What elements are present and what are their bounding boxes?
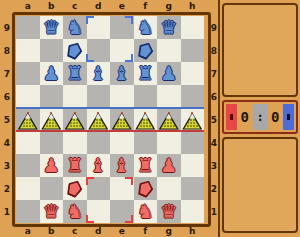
square-a9[interactable]: [16, 16, 40, 39]
square-a2[interactable]: [16, 177, 40, 200]
blue-knight[interactable]: ♞: [66, 18, 83, 37]
square-c6[interactable]: [63, 85, 87, 108]
square-f2[interactable]: [134, 177, 158, 200]
file-labels-bottom: abcdefgh: [16, 226, 204, 236]
pyramid-piece-part: [144, 112, 146, 114]
square-e5[interactable]: [110, 108, 134, 131]
pyramid-piece-part: [74, 112, 76, 114]
square-f4[interactable]: [134, 131, 158, 154]
red-wedge[interactable]: [64, 178, 85, 200]
coord-label-7: 7: [2, 62, 12, 85]
square-b4[interactable]: [40, 131, 64, 154]
square-h9[interactable]: [181, 16, 205, 39]
coord-label-8: 8: [2, 39, 12, 62]
coord-label-4: 4: [2, 131, 12, 154]
square-h2[interactable]: [181, 177, 205, 200]
coord-label-f: f: [134, 1, 158, 11]
square-a4[interactable]: [16, 131, 40, 154]
pyramid-piece-part: [189, 114, 195, 119]
coord-label-h: h: [181, 226, 205, 236]
square-e9[interactable]: [110, 16, 134, 39]
coord-label-c: c: [63, 1, 87, 11]
square-b3[interactable]: ♟: [40, 154, 64, 177]
coord-label-1: 1: [2, 200, 12, 223]
square-a3[interactable]: [16, 154, 40, 177]
square-b8[interactable]: [40, 39, 64, 62]
square-g9[interactable]: ♛: [157, 16, 181, 39]
pyramid-piece-part: [50, 112, 52, 114]
pyramid-piece-part: [119, 114, 125, 119]
square-d9[interactable]: [87, 16, 111, 39]
red-pawn[interactable]: ♟: [160, 156, 177, 175]
square-g4[interactable]: [157, 131, 181, 154]
blue-bishop[interactable]: ♝: [90, 64, 107, 83]
square-f1[interactable]: ♞: [134, 200, 158, 223]
pyramid-piece-part: [166, 114, 172, 119]
pyramid-piece[interactable]: [159, 113, 179, 130]
red-knight[interactable]: ♞: [137, 202, 154, 221]
square-h5[interactable]: [181, 108, 205, 131]
square-a7[interactable]: [16, 62, 40, 85]
square-c7[interactable]: ♜: [63, 62, 87, 85]
square-a5[interactable]: [16, 108, 40, 131]
coord-label-3: 3: [2, 154, 12, 177]
square-g8[interactable]: [157, 39, 181, 62]
red-wedge[interactable]: [135, 178, 156, 200]
mini-hourglass-icon: [230, 114, 233, 120]
square-e4[interactable]: [110, 131, 134, 154]
square-d2[interactable]: [87, 177, 111, 200]
coord-label-5: 5: [2, 108, 12, 131]
square-d6[interactable]: [87, 85, 111, 108]
square-h7[interactable]: [181, 62, 205, 85]
square-c1[interactable]: ♞: [63, 200, 87, 223]
square-e6[interactable]: [110, 85, 134, 108]
square-a6[interactable]: [16, 85, 40, 108]
coord-label-f: f: [134, 226, 158, 236]
square-d5[interactable]: [87, 108, 111, 131]
river-blue-line: [16, 107, 204, 109]
pyramid-piece-part: [168, 112, 170, 114]
square-e3[interactable]: ♝: [110, 154, 134, 177]
red-crown[interactable]: ♛: [160, 202, 177, 221]
red-rook[interactable]: ♜: [66, 156, 83, 175]
square-e8[interactable]: [110, 39, 134, 62]
square-f8[interactable]: [134, 39, 158, 62]
square-h4[interactable]: [181, 131, 205, 154]
captured-pieces-tray-bottom: [222, 137, 298, 233]
pyramid-piece-part: [48, 114, 54, 119]
pyramid-piece-part: [95, 114, 101, 119]
square-e1[interactable]: [110, 200, 134, 223]
pyramid-piece-part: [121, 112, 123, 114]
square-d7[interactable]: ♝: [87, 62, 111, 85]
blue-knight[interactable]: ♞: [137, 18, 154, 37]
square-f5[interactable]: [134, 108, 158, 131]
pyramid-piece[interactable]: [135, 113, 155, 130]
blue-pawn[interactable]: ♟: [43, 64, 60, 83]
square-c5[interactable]: [63, 108, 87, 131]
file-labels-top: abcdefgh: [16, 1, 204, 11]
pyramid-piece[interactable]: [112, 113, 132, 130]
red-bishop[interactable]: ♝: [113, 156, 130, 175]
blue-wedge[interactable]: [135, 40, 156, 62]
blue-crown[interactable]: ♛: [160, 18, 177, 37]
board-grid: ♛♞♞♛♟♜♝♝♜♟♟♜♝♝♜♟♛♞♞♛: [16, 16, 204, 223]
coord-label-d: d: [87, 1, 111, 11]
square-d3[interactable]: ♝: [87, 154, 111, 177]
coord-label-a: a: [16, 1, 40, 11]
blue-crown[interactable]: ♛: [43, 18, 60, 37]
square-c3[interactable]: ♜: [63, 154, 87, 177]
pyramid-piece[interactable]: [65, 113, 85, 130]
panel-divider: [218, 0, 220, 237]
red-rook[interactable]: ♜: [137, 156, 154, 175]
pyramid-piece-part: [72, 114, 78, 119]
clock-red-indicator: [226, 104, 237, 130]
blue-wedge[interactable]: [64, 40, 85, 62]
clock-blue-time: 0: [268, 104, 284, 130]
coord-label-e: e: [110, 1, 134, 11]
red-knight[interactable]: ♞: [66, 202, 83, 221]
square-b7[interactable]: ♟: [40, 62, 64, 85]
rank-labels-left: 987654321: [2, 16, 12, 223]
square-g2[interactable]: [157, 177, 181, 200]
blue-rook[interactable]: ♜: [137, 64, 154, 83]
square-g1[interactable]: ♛: [157, 200, 181, 223]
square-b2[interactable]: [40, 177, 64, 200]
square-f7[interactable]: ♜: [134, 62, 158, 85]
square-b9[interactable]: ♛: [40, 16, 64, 39]
coord-label-b: b: [40, 226, 64, 236]
pyramid-piece[interactable]: [18, 113, 38, 130]
coord-label-6: 6: [2, 85, 12, 108]
square-a1[interactable]: [16, 200, 40, 223]
square-c9[interactable]: ♞: [63, 16, 87, 39]
square-d8[interactable]: [87, 39, 111, 62]
square-b5[interactable]: [40, 108, 64, 131]
square-g6[interactable]: [157, 85, 181, 108]
square-f3[interactable]: ♜: [134, 154, 158, 177]
square-d1[interactable]: [87, 200, 111, 223]
coord-label-b: b: [40, 1, 64, 11]
square-g7[interactable]: ♟: [157, 62, 181, 85]
mini-hourglass-icon: [287, 114, 290, 120]
red-bishop[interactable]: ♝: [90, 156, 107, 175]
square-h8[interactable]: [181, 39, 205, 62]
game-clock: 0 : 0: [222, 100, 298, 134]
coord-label-e: e: [110, 226, 134, 236]
coord-label-c: c: [63, 226, 87, 236]
square-g3[interactable]: ♟: [157, 154, 181, 177]
square-f9[interactable]: ♞: [134, 16, 158, 39]
square-d4[interactable]: [87, 131, 111, 154]
coord-label-a: a: [16, 226, 40, 236]
pyramid-piece[interactable]: [41, 113, 61, 130]
captured-pieces-tray-top: [222, 3, 298, 97]
coord-label-2: 2: [2, 177, 12, 200]
clock-separator: :: [253, 104, 268, 130]
river-red-line: [16, 130, 204, 132]
square-b1[interactable]: ♛: [40, 200, 64, 223]
square-a8[interactable]: [16, 39, 40, 62]
square-b6[interactable]: [40, 85, 64, 108]
coord-label-d: d: [87, 226, 111, 236]
pyramid-piece-part: [25, 114, 31, 119]
pyramid-piece-part: [27, 112, 29, 114]
square-c2[interactable]: [63, 177, 87, 200]
square-e7[interactable]: ♝: [110, 62, 134, 85]
square-h1[interactable]: [181, 200, 205, 223]
coord-label-h: h: [181, 1, 205, 11]
blue-pawn[interactable]: ♟: [160, 64, 177, 83]
square-h6[interactable]: [181, 85, 205, 108]
square-f6[interactable]: [134, 85, 158, 108]
clock-red-time: 0: [237, 104, 253, 130]
blue-rook[interactable]: ♜: [66, 64, 83, 83]
pyramid-piece-part: [191, 112, 193, 114]
blue-bishop[interactable]: ♝: [113, 64, 130, 83]
square-c4[interactable]: [63, 131, 87, 154]
zillions-window: abcdefgh abcdefgh 987654321 987654321 ♛♞…: [0, 0, 300, 237]
coord-label-9: 9: [2, 16, 12, 39]
pyramid-piece-part: [142, 114, 148, 119]
pyramid-piece-part: [97, 112, 99, 114]
square-c8[interactable]: [63, 39, 87, 62]
coord-label-g: g: [157, 1, 181, 11]
pyramid-piece[interactable]: [88, 113, 108, 130]
clock-blue-indicator: [283, 104, 294, 130]
pyramid-piece[interactable]: [182, 113, 202, 130]
red-crown[interactable]: ♛: [43, 202, 60, 221]
red-pawn[interactable]: ♟: [43, 156, 60, 175]
square-g5[interactable]: [157, 108, 181, 131]
square-e2[interactable]: [110, 177, 134, 200]
square-h3[interactable]: [181, 154, 205, 177]
coord-label-g: g: [157, 226, 181, 236]
